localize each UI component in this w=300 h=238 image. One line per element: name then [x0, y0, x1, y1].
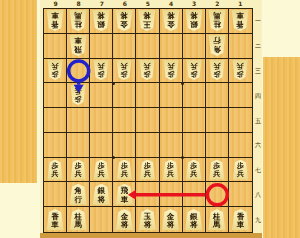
- square-4六[interactable]: [160, 133, 183, 158]
- square-3三[interactable]: 歩兵: [183, 59, 206, 84]
- file-label-6: 6: [113, 0, 136, 8]
- sente-pawn-3七[interactable]: 歩兵: [186, 160, 202, 180]
- sente-bishop-8八[interactable]: 角行: [69, 184, 87, 205]
- rank-label-4: 四: [254, 91, 262, 101]
- file-label-1: 1: [229, 0, 252, 8]
- sente-pawn-1七[interactable]: 歩兵: [232, 160, 248, 180]
- sente-silver-7八[interactable]: 銀将: [92, 184, 110, 205]
- sente-komadai: [263, 57, 300, 238]
- square-3一[interactable]: 銀将: [183, 9, 206, 34]
- square-7五[interactable]: [90, 108, 113, 133]
- gote-gold-6一[interactable]: 金将: [115, 10, 133, 31]
- sente-gold-4九[interactable]: 金将: [162, 209, 180, 230]
- sente-pawn-9七[interactable]: 歩兵: [47, 160, 63, 180]
- square-4七[interactable]: 歩兵: [160, 158, 183, 183]
- square-1七[interactable]: 歩兵: [229, 158, 252, 183]
- rank-label-8: 八: [254, 190, 262, 200]
- square-6三[interactable]: 歩兵: [113, 59, 136, 84]
- square-2一[interactable]: 桂馬: [206, 9, 229, 34]
- square-6七[interactable]: 歩兵: [113, 158, 136, 183]
- square-6四[interactable]: [113, 83, 136, 108]
- sente-king-5九[interactable]: 玉将: [138, 209, 156, 230]
- square-9六[interactable]: [44, 133, 67, 158]
- square-6五[interactable]: [113, 108, 136, 133]
- square-1四[interactable]: [229, 83, 252, 108]
- star-point: [181, 82, 184, 85]
- square-7二[interactable]: [90, 34, 113, 59]
- square-9五[interactable]: [44, 108, 67, 133]
- square-6六[interactable]: [113, 133, 136, 158]
- sente-pawn-7七[interactable]: 歩兵: [93, 160, 109, 180]
- sente-pawn-4七[interactable]: 歩兵: [163, 160, 179, 180]
- gote-komadai: [0, 0, 37, 183]
- square-1一[interactable]: 香車: [229, 9, 252, 34]
- square-2五[interactable]: [206, 108, 229, 133]
- square-3六[interactable]: [183, 133, 206, 158]
- square-3五[interactable]: [183, 108, 206, 133]
- gote-lance-9一[interactable]: 香車: [46, 10, 64, 31]
- square-2六[interactable]: [206, 133, 229, 158]
- square-4八[interactable]: [160, 182, 183, 207]
- square-8二[interactable]: 飛車: [67, 34, 90, 59]
- square-7七[interactable]: 歩兵: [90, 158, 113, 183]
- sente-pawn-5七[interactable]: 歩兵: [139, 160, 155, 180]
- sente-gold-6九[interactable]: 金将: [115, 209, 133, 230]
- gote-pawn-4三[interactable]: 歩兵: [163, 60, 179, 80]
- square-4二[interactable]: [160, 34, 183, 59]
- square-1三[interactable]: 歩兵: [229, 59, 252, 84]
- sente-rook-6八[interactable]: 飛車: [115, 184, 133, 205]
- sente-pawn-2七[interactable]: 歩兵: [209, 160, 225, 180]
- gote-silver-7一[interactable]: 銀将: [92, 10, 110, 31]
- rank-label-6: 六: [254, 140, 262, 150]
- sente-lance-9九[interactable]: 香車: [46, 209, 64, 230]
- square-9七[interactable]: 歩兵: [44, 158, 67, 183]
- square-3二[interactable]: [183, 34, 206, 59]
- square-5二[interactable]: [136, 34, 159, 59]
- square-3九[interactable]: 銀将: [183, 207, 206, 232]
- gote-pawn-5三[interactable]: 歩兵: [139, 60, 155, 80]
- square-8七[interactable]: 歩兵: [67, 158, 90, 183]
- file-label-4: 4: [160, 0, 183, 8]
- square-1五[interactable]: [229, 108, 252, 133]
- rank-label-5: 五: [254, 116, 262, 126]
- gote-pawn-3三[interactable]: 歩兵: [186, 60, 202, 80]
- sente-knight-8九[interactable]: 桂馬: [69, 209, 87, 230]
- square-4五[interactable]: [160, 108, 183, 133]
- sente-lance-1九[interactable]: 香車: [231, 209, 249, 230]
- square-8三[interactable]: [67, 59, 90, 84]
- gote-pawn-6三[interactable]: 歩兵: [116, 60, 132, 80]
- gote-knight-8一[interactable]: 桂馬: [69, 10, 87, 31]
- file-label-9: 9: [44, 0, 67, 8]
- square-4四[interactable]: [160, 83, 183, 108]
- rank-label-1: 一: [254, 16, 262, 26]
- rank-label-2: 二: [254, 41, 262, 51]
- rank-label-9: 九: [254, 215, 262, 225]
- square-5四[interactable]: [136, 83, 159, 108]
- rank-label-7: 七: [254, 165, 262, 175]
- square-5一[interactable]: 王将: [136, 9, 159, 34]
- sente-pawn-6七[interactable]: 歩兵: [116, 160, 132, 180]
- file-label-5: 5: [136, 0, 159, 8]
- square-2四[interactable]: [206, 83, 229, 108]
- file-label-3: 3: [183, 0, 206, 8]
- sente-knight-2九[interactable]: 桂馬: [208, 209, 226, 230]
- rank-label-3: 三: [254, 66, 262, 76]
- square-7六[interactable]: [90, 133, 113, 158]
- square-2七[interactable]: 歩兵: [206, 158, 229, 183]
- sente-pawn-8七[interactable]: 歩兵: [70, 160, 86, 180]
- square-7九[interactable]: [90, 207, 113, 232]
- square-5六[interactable]: [136, 133, 159, 158]
- square-7四[interactable]: [90, 83, 113, 108]
- gote-pawn-1三[interactable]: 歩兵: [232, 60, 248, 80]
- shogi-diagram: 987654321 一二三四五六七八九 香車桂馬銀将金将王将金将銀将桂馬香車飛車…: [0, 0, 300, 238]
- gote-silver-3一[interactable]: 銀将: [185, 10, 203, 31]
- file-label-2: 2: [206, 0, 229, 8]
- square-3八[interactable]: [183, 182, 206, 207]
- square-1二[interactable]: [229, 34, 252, 59]
- square-3四[interactable]: [183, 83, 206, 108]
- sente-silver-3九[interactable]: 銀将: [185, 209, 203, 230]
- square-4三[interactable]: 歩兵: [160, 59, 183, 84]
- file-label-7: 7: [90, 0, 113, 8]
- square-6二[interactable]: [113, 34, 136, 59]
- square-5三[interactable]: 歩兵: [136, 59, 159, 84]
- square-7八[interactable]: 銀将: [90, 182, 113, 207]
- gote-pawn-2三[interactable]: 歩兵: [209, 60, 225, 80]
- square-8六[interactable]: [67, 133, 90, 158]
- square-5九[interactable]: 玉将: [136, 207, 159, 232]
- square-1六[interactable]: [229, 133, 252, 158]
- square-3七[interactable]: 歩兵: [183, 158, 206, 183]
- square-7一[interactable]: 銀将: [90, 9, 113, 34]
- square-4一[interactable]: 金将: [160, 9, 183, 34]
- square-1九[interactable]: 香車: [229, 207, 252, 232]
- gote-rook-8二[interactable]: 飛車: [69, 35, 87, 56]
- square-2八[interactable]: [206, 182, 229, 207]
- star-point: [112, 82, 115, 85]
- square-9八[interactable]: [44, 182, 67, 207]
- gote-gold-4一[interactable]: 金将: [162, 10, 180, 31]
- square-8四[interactable]: 歩兵: [67, 83, 90, 108]
- square-8九[interactable]: 桂馬: [67, 207, 90, 232]
- board-bottom-edge: [40, 233, 262, 238]
- star-point: [112, 156, 115, 159]
- square-4九[interactable]: 金将: [160, 207, 183, 232]
- square-8五[interactable]: [67, 108, 90, 133]
- gote-king-5一[interactable]: 王将: [138, 10, 156, 31]
- square-6九[interactable]: 金将: [113, 207, 136, 232]
- square-9九[interactable]: 香車: [44, 207, 67, 232]
- square-8一[interactable]: 桂馬: [67, 9, 90, 34]
- square-1八[interactable]: [229, 182, 252, 207]
- gote-bishop-2二[interactable]: 角行: [208, 35, 226, 56]
- gote-pawn-8四[interactable]: 歩兵: [70, 85, 86, 105]
- square-2二[interactable]: 角行: [206, 34, 229, 59]
- square-5五[interactable]: [136, 108, 159, 133]
- square-9四[interactable]: [44, 83, 67, 108]
- gote-knight-2一[interactable]: 桂馬: [208, 10, 226, 31]
- square-8八[interactable]: 角行: [67, 182, 90, 207]
- square-9三[interactable]: 歩兵: [44, 59, 67, 84]
- file-label-8: 8: [67, 0, 90, 8]
- square-2三[interactable]: 歩兵: [206, 59, 229, 84]
- square-9二[interactable]: [44, 34, 67, 59]
- gote-lance-1一[interactable]: 香車: [231, 10, 249, 31]
- square-6一[interactable]: 金将: [113, 9, 136, 34]
- square-7三[interactable]: 歩兵: [90, 59, 113, 84]
- square-6八[interactable]: 飛車: [113, 182, 136, 207]
- gote-pawn-9三[interactable]: 歩兵: [47, 60, 63, 80]
- shogi-board-grid: 香車桂馬銀将金将王将金将銀将桂馬香車飛車角行歩兵歩兵歩兵歩兵歩兵歩兵歩兵歩兵歩兵…: [43, 8, 253, 233]
- square-5七[interactable]: 歩兵: [136, 158, 159, 183]
- square-5八[interactable]: [136, 182, 159, 207]
- square-2九[interactable]: 桂馬: [206, 207, 229, 232]
- gote-pawn-7三[interactable]: 歩兵: [93, 60, 109, 80]
- square-9一[interactable]: 香車: [44, 9, 67, 34]
